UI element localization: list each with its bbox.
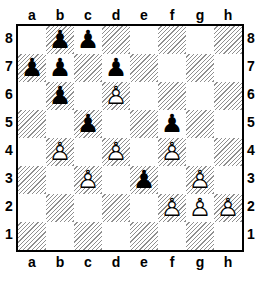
white-pawn-outline-glyph: ♙ (102, 138, 130, 166)
square-e5[interactable] (130, 110, 158, 138)
square-f1[interactable] (158, 222, 186, 250)
square-e7[interactable] (130, 54, 158, 82)
square-a6[interactable] (18, 82, 46, 110)
square-d5[interactable] (102, 110, 130, 138)
square-b2[interactable] (46, 194, 74, 222)
square-e4[interactable] (130, 138, 158, 166)
square-f8[interactable] (158, 26, 186, 54)
square-b8[interactable]: ♟ (46, 26, 74, 54)
black-pawn-a7[interactable]: ♟ (18, 54, 46, 82)
file-label-top-a: a (28, 8, 36, 22)
file-labels-bottom: abcdefgh (18, 252, 261, 274)
square-f5[interactable]: ♟ (158, 110, 186, 138)
square-a7[interactable]: ♟ (18, 54, 46, 82)
black-pawn-c5[interactable]: ♟ (74, 110, 102, 138)
black-pawn-c8[interactable]: ♟ (74, 26, 102, 54)
square-h3[interactable] (214, 166, 242, 194)
square-f2[interactable]: ♟♙ (158, 194, 186, 222)
square-e8[interactable] (130, 26, 158, 54)
black-pawn-d7[interactable]: ♟ (102, 54, 130, 82)
square-d6[interactable]: ♟♙ (102, 82, 130, 110)
square-h7[interactable] (214, 54, 242, 82)
square-e2[interactable] (130, 194, 158, 222)
square-b7[interactable]: ♟ (46, 54, 74, 82)
rank-label-right-7: 7 (247, 58, 255, 74)
white-pawn-f2[interactable]: ♟♙ (158, 194, 186, 222)
square-h2[interactable]: ♟♙ (214, 194, 242, 222)
rank-label-left-8: 8 (5, 30, 13, 46)
rank-labels-left: 87654321 (2, 24, 16, 248)
file-label-top-d: d (112, 8, 121, 22)
square-b6[interactable]: ♟ (46, 82, 74, 110)
white-pawn-outline-glyph: ♙ (46, 138, 74, 166)
square-b3[interactable] (46, 166, 74, 194)
file-label-bottom-h: h (224, 255, 233, 269)
file-label-top-g: g (196, 8, 205, 22)
white-pawn-outline-glyph: ♙ (158, 194, 186, 222)
square-h8[interactable] (214, 26, 242, 54)
rank-labels-right: 87654321 (244, 24, 258, 248)
white-pawn-h2[interactable]: ♟♙ (214, 194, 242, 222)
square-g5[interactable] (186, 110, 214, 138)
rank-label-right-4: 4 (247, 142, 255, 158)
white-pawn-outline-glyph: ♙ (186, 194, 214, 222)
white-pawn-b4[interactable]: ♟♙ (46, 138, 74, 166)
square-c8[interactable]: ♟ (74, 26, 102, 54)
square-b5[interactable] (46, 110, 74, 138)
square-g6[interactable] (186, 82, 214, 110)
square-h1[interactable] (214, 222, 242, 250)
square-c4[interactable] (74, 138, 102, 166)
rank-label-right-8: 8 (247, 30, 255, 46)
square-a8[interactable] (18, 26, 46, 54)
square-e6[interactable] (130, 82, 158, 110)
square-a3[interactable] (18, 166, 46, 194)
square-a4[interactable] (18, 138, 46, 166)
square-g4[interactable] (186, 138, 214, 166)
square-c1[interactable] (74, 222, 102, 250)
square-e3[interactable]: ♟ (130, 166, 158, 194)
white-pawn-g3[interactable]: ♟♙ (186, 166, 214, 194)
square-d2[interactable] (102, 194, 130, 222)
file-label-top-f: f (170, 8, 175, 22)
white-pawn-outline-glyph: ♙ (186, 166, 214, 194)
square-c6[interactable] (74, 82, 102, 110)
square-g2[interactable]: ♟♙ (186, 194, 214, 222)
file-label-top-c: c (84, 8, 92, 22)
square-b1[interactable] (46, 222, 74, 250)
square-f3[interactable] (158, 166, 186, 194)
white-pawn-outline-glyph: ♙ (214, 194, 242, 222)
square-g3[interactable]: ♟♙ (186, 166, 214, 194)
file-label-bottom-d: d (112, 255, 121, 269)
black-pawn-b6[interactable]: ♟ (46, 82, 74, 110)
file-label-bottom-f: f (170, 255, 175, 269)
square-g7[interactable] (186, 54, 214, 82)
file-label-bottom-b: b (56, 255, 65, 269)
white-pawn-outline-glyph: ♙ (158, 138, 186, 166)
rank-label-right-5: 5 (247, 114, 255, 130)
rank-label-left-5: 5 (5, 114, 13, 130)
square-h6[interactable] (214, 82, 242, 110)
board-row: 87654321 ♟♟♟♟♟♟♟♙♟♟♟♙♟♙♟♙♟♙♟♟♙♟♙♟♙♟♙ 876… (2, 24, 261, 252)
square-f7[interactable] (158, 54, 186, 82)
black-pawn-e3[interactable]: ♟ (130, 166, 158, 194)
file-label-top-b: b (56, 8, 65, 22)
white-pawn-g2[interactable]: ♟♙ (186, 194, 214, 222)
square-a1[interactable] (18, 222, 46, 250)
rank-label-left-1: 1 (5, 226, 13, 242)
rank-label-right-6: 6 (247, 86, 255, 102)
chess-board: ♟♟♟♟♟♟♟♙♟♟♟♙♟♙♟♙♟♙♟♟♙♟♙♟♙♟♙ (16, 24, 244, 252)
chess-diagram: abcdefgh 87654321 ♟♟♟♟♟♟♟♙♟♟♟♙♟♙♟♙♟♙♟♟♙♟… (0, 0, 261, 284)
rank-label-left-4: 4 (5, 142, 13, 158)
file-label-bottom-a: a (28, 255, 36, 269)
square-a2[interactable] (18, 194, 46, 222)
black-pawn-b7[interactable]: ♟ (46, 54, 74, 82)
file-label-bottom-e: e (140, 255, 148, 269)
white-pawn-outline-glyph: ♙ (74, 166, 102, 194)
white-pawn-c3[interactable]: ♟♙ (74, 166, 102, 194)
white-pawn-d4[interactable]: ♟♙ (102, 138, 130, 166)
black-pawn-b8[interactable]: ♟ (46, 26, 74, 54)
square-c7[interactable] (74, 54, 102, 82)
white-pawn-f4[interactable]: ♟♙ (158, 138, 186, 166)
square-d8[interactable] (102, 26, 130, 54)
rank-label-left-7: 7 (5, 58, 13, 74)
black-pawn-f5[interactable]: ♟ (158, 110, 186, 138)
square-a5[interactable] (18, 110, 46, 138)
square-c3[interactable]: ♟♙ (74, 166, 102, 194)
square-d7[interactable]: ♟ (102, 54, 130, 82)
square-g8[interactable] (186, 26, 214, 54)
white-pawn-outline-glyph: ♙ (102, 82, 130, 110)
file-label-bottom-c: c (84, 255, 92, 269)
square-b4[interactable]: ♟♙ (46, 138, 74, 166)
square-f6[interactable] (158, 82, 186, 110)
square-f4[interactable]: ♟♙ (158, 138, 186, 166)
file-label-bottom-g: g (196, 255, 205, 269)
square-h4[interactable] (214, 138, 242, 166)
rank-label-left-2: 2 (5, 198, 13, 214)
square-d1[interactable] (102, 222, 130, 250)
rank-label-right-1: 1 (247, 226, 255, 242)
rank-label-left-3: 3 (5, 170, 13, 186)
square-g1[interactable] (186, 222, 214, 250)
file-labels-top: abcdefgh (18, 0, 261, 24)
rank-label-left-6: 6 (5, 86, 13, 102)
square-h5[interactable] (214, 110, 242, 138)
square-e1[interactable] (130, 222, 158, 250)
file-label-top-h: h (224, 8, 233, 22)
square-d3[interactable] (102, 166, 130, 194)
white-pawn-d6[interactable]: ♟♙ (102, 82, 130, 110)
rank-label-right-2: 2 (247, 198, 255, 214)
square-c2[interactable] (74, 194, 102, 222)
square-d4[interactable]: ♟♙ (102, 138, 130, 166)
file-label-top-e: e (140, 8, 148, 22)
rank-label-right-3: 3 (247, 170, 255, 186)
square-c5[interactable]: ♟ (74, 110, 102, 138)
